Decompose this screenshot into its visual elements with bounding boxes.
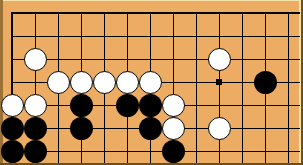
intersection-3-3[interactable] <box>70 71 93 94</box>
board-grid <box>1 2 300 163</box>
intersection-12-0[interactable] <box>277 2 300 25</box>
black-stone <box>139 117 162 140</box>
white-stone <box>116 71 139 94</box>
intersection-2-5[interactable] <box>47 117 70 140</box>
go-board <box>0 0 303 165</box>
intersection-7-1[interactable] <box>162 25 185 48</box>
intersection-9-1[interactable] <box>208 25 231 48</box>
intersection-4-3[interactable] <box>93 71 116 94</box>
intersection-2-2[interactable] <box>47 48 70 71</box>
intersection-12-5[interactable] <box>277 117 300 140</box>
intersection-0-6[interactable] <box>1 140 24 163</box>
intersection-11-6[interactable] <box>254 140 277 163</box>
intersection-8-3[interactable] <box>185 71 208 94</box>
intersection-7-3[interactable] <box>162 71 185 94</box>
intersection-10-0[interactable] <box>231 2 254 25</box>
intersection-3-6[interactable] <box>70 140 93 163</box>
intersection-9-2[interactable] <box>208 48 231 71</box>
intersection-7-6[interactable] <box>162 140 185 163</box>
white-stone <box>1 94 24 117</box>
white-stone <box>47 71 70 94</box>
intersection-6-6[interactable] <box>139 140 162 163</box>
intersection-9-4[interactable] <box>208 94 231 117</box>
intersection-2-6[interactable] <box>47 140 70 163</box>
intersection-6-1[interactable] <box>139 25 162 48</box>
intersection-11-1[interactable] <box>254 25 277 48</box>
intersection-1-3[interactable] <box>24 71 47 94</box>
intersection-1-6[interactable] <box>24 140 47 163</box>
intersection-5-5[interactable] <box>116 117 139 140</box>
intersection-12-1[interactable] <box>277 25 300 48</box>
white-stone <box>208 48 231 71</box>
intersection-10-2[interactable] <box>231 48 254 71</box>
intersection-6-0[interactable] <box>139 2 162 25</box>
intersection-10-5[interactable] <box>231 117 254 140</box>
intersection-9-0[interactable] <box>208 2 231 25</box>
white-stone <box>93 71 116 94</box>
intersection-7-5[interactable] <box>162 117 185 140</box>
intersection-4-5[interactable] <box>93 117 116 140</box>
black-stone <box>116 94 139 117</box>
intersection-3-1[interactable] <box>70 25 93 48</box>
intersection-6-3[interactable] <box>139 71 162 94</box>
intersection-5-0[interactable] <box>116 2 139 25</box>
intersection-0-3[interactable] <box>1 71 24 94</box>
intersection-11-4[interactable] <box>254 94 277 117</box>
intersection-7-2[interactable] <box>162 48 185 71</box>
intersection-3-5[interactable] <box>70 117 93 140</box>
intersection-4-0[interactable] <box>93 2 116 25</box>
intersection-3-2[interactable] <box>70 48 93 71</box>
black-stone <box>70 94 93 117</box>
intersection-8-0[interactable] <box>185 2 208 25</box>
black-stone <box>1 117 24 140</box>
white-stone <box>208 117 231 140</box>
intersection-9-3[interactable] <box>208 71 231 94</box>
intersection-0-0[interactable] <box>1 2 24 25</box>
black-stone <box>24 117 47 140</box>
intersection-10-3[interactable] <box>231 71 254 94</box>
frame-bottom-shade <box>0 163 303 165</box>
black-stone <box>1 140 24 163</box>
intersection-5-1[interactable] <box>116 25 139 48</box>
intersection-3-0[interactable] <box>70 2 93 25</box>
intersection-7-4[interactable] <box>162 94 185 117</box>
intersection-5-3[interactable] <box>116 71 139 94</box>
intersection-5-2[interactable] <box>116 48 139 71</box>
black-stone <box>162 140 185 163</box>
white-stone <box>24 94 47 117</box>
intersection-10-1[interactable] <box>231 25 254 48</box>
intersection-4-6[interactable] <box>93 140 116 163</box>
intersection-11-3[interactable] <box>254 71 277 94</box>
intersection-4-1[interactable] <box>93 25 116 48</box>
intersection-9-6[interactable] <box>208 140 231 163</box>
intersection-4-4[interactable] <box>93 94 116 117</box>
black-stone <box>70 117 93 140</box>
white-stone <box>162 94 185 117</box>
intersection-11-0[interactable] <box>254 2 277 25</box>
black-stone <box>139 94 162 117</box>
intersection-8-5[interactable] <box>185 117 208 140</box>
intersection-12-2[interactable] <box>277 48 300 71</box>
intersection-1-4[interactable] <box>24 94 47 117</box>
white-stone <box>24 48 47 71</box>
black-stone <box>24 140 47 163</box>
intersection-10-4[interactable] <box>231 94 254 117</box>
go-diagram <box>0 0 303 165</box>
black-stone <box>254 71 277 94</box>
intersection-6-4[interactable] <box>139 94 162 117</box>
intersection-0-2[interactable] <box>1 48 24 71</box>
white-stone <box>139 71 162 94</box>
intersection-2-0[interactable] <box>47 2 70 25</box>
intersection-1-0[interactable] <box>24 2 47 25</box>
intersection-1-5[interactable] <box>24 117 47 140</box>
intersection-4-2[interactable] <box>93 48 116 71</box>
intersection-7-0[interactable] <box>162 2 185 25</box>
intersection-11-5[interactable] <box>254 117 277 140</box>
intersection-12-3[interactable] <box>277 71 300 94</box>
intersection-5-6[interactable] <box>116 140 139 163</box>
intersection-0-4[interactable] <box>1 94 24 117</box>
frame-right-shade <box>301 0 303 165</box>
intersection-1-1[interactable] <box>24 25 47 48</box>
intersection-8-2[interactable] <box>185 48 208 71</box>
star-point-marker <box>216 79 222 85</box>
intersection-8-6[interactable] <box>185 140 208 163</box>
intersection-8-1[interactable] <box>185 25 208 48</box>
intersection-10-6[interactable] <box>231 140 254 163</box>
intersection-11-2[interactable] <box>254 48 277 71</box>
intersection-0-1[interactable] <box>1 25 24 48</box>
intersection-1-2[interactable] <box>24 48 47 71</box>
white-stone <box>70 71 93 94</box>
intersection-2-1[interactable] <box>47 25 70 48</box>
intersection-0-5[interactable] <box>1 117 24 140</box>
intersection-9-5[interactable] <box>208 117 231 140</box>
intersection-6-2[interactable] <box>139 48 162 71</box>
intersection-12-4[interactable] <box>277 94 300 117</box>
intersection-5-4[interactable] <box>116 94 139 117</box>
intersection-2-3[interactable] <box>47 71 70 94</box>
intersection-3-4[interactable] <box>70 94 93 117</box>
intersection-8-4[interactable] <box>185 94 208 117</box>
intersection-6-5[interactable] <box>139 117 162 140</box>
intersection-2-4[interactable] <box>47 94 70 117</box>
intersection-12-6[interactable] <box>277 140 300 163</box>
white-stone <box>162 117 185 140</box>
